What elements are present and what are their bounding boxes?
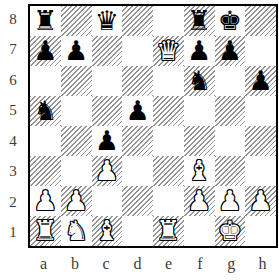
white-king: ♚ <box>218 217 242 244</box>
file-label-a: a <box>28 251 59 277</box>
square-c7 <box>92 36 123 66</box>
square-f6: ♞ <box>184 66 215 96</box>
square-e7: ♛ <box>153 36 184 66</box>
white-queen: ♛ <box>156 37 180 64</box>
square-c8: ♛ <box>92 6 123 36</box>
square-d3 <box>122 156 153 186</box>
square-d7 <box>122 36 153 66</box>
square-e4 <box>153 126 184 156</box>
rank-label-3: 3 <box>0 157 26 188</box>
square-d2 <box>122 186 153 216</box>
square-e1: ♜ <box>153 216 184 246</box>
square-h5 <box>245 96 276 126</box>
square-h1 <box>245 216 276 246</box>
square-b1: ♞ <box>61 216 92 246</box>
black-pawn: ♟ <box>187 37 211 64</box>
white-bishop: ♝ <box>187 157 211 184</box>
board: ♜♛♜♚♟♟♛♟♟♞♟♞♟♟♟♝♟♟♟♟♟♜♞♝♜♚ <box>28 4 278 248</box>
square-d6 <box>122 66 153 96</box>
square-c6 <box>92 66 123 96</box>
square-h4 <box>245 126 276 156</box>
square-a7: ♟ <box>30 36 61 66</box>
square-g2: ♟ <box>215 186 246 216</box>
black-pawn: ♟ <box>249 67 273 94</box>
square-g6 <box>215 66 246 96</box>
black-pawn: ♟ <box>95 127 119 154</box>
square-b2: ♟ <box>61 186 92 216</box>
square-c2 <box>92 186 123 216</box>
square-e2 <box>153 186 184 216</box>
white-rook: ♜ <box>156 217 180 244</box>
square-c5 <box>92 96 123 126</box>
white-pawn: ♟ <box>64 187 88 214</box>
square-f5 <box>184 96 215 126</box>
white-pawn: ♟ <box>187 187 211 214</box>
black-pawn: ♟ <box>64 37 88 64</box>
square-c3: ♟ <box>92 156 123 186</box>
square-a8: ♜ <box>30 6 61 36</box>
rank-label-8: 8 <box>0 4 26 35</box>
file-label-h: h <box>247 251 278 277</box>
square-h3 <box>245 156 276 186</box>
black-knight: ♞ <box>33 97 57 124</box>
chess-diagram: 8 7 6 5 4 3 2 1 ♜♛♜♚♟♟♛♟♟♞♟♞♟♟♟♝♟♟♟♟♟♜♞♝… <box>0 0 279 280</box>
file-label-g: g <box>216 251 247 277</box>
rank-labels: 8 7 6 5 4 3 2 1 <box>0 4 26 248</box>
square-f4 <box>184 126 215 156</box>
file-label-e: e <box>153 251 184 277</box>
rank-label-4: 4 <box>0 126 26 157</box>
square-b3 <box>61 156 92 186</box>
white-pawn: ♟ <box>33 187 57 214</box>
square-a1: ♜ <box>30 216 61 246</box>
square-b7: ♟ <box>61 36 92 66</box>
white-pawn: ♟ <box>95 157 119 184</box>
square-a6 <box>30 66 61 96</box>
square-d1 <box>122 216 153 246</box>
black-king: ♚ <box>218 7 242 34</box>
square-f8: ♜ <box>184 6 215 36</box>
square-g8: ♚ <box>215 6 246 36</box>
square-f1 <box>184 216 215 246</box>
square-h8 <box>245 6 276 36</box>
square-g4 <box>215 126 246 156</box>
black-rook: ♜ <box>33 7 57 34</box>
square-b4 <box>61 126 92 156</box>
file-label-d: d <box>122 251 153 277</box>
square-f2: ♟ <box>184 186 215 216</box>
square-c4: ♟ <box>92 126 123 156</box>
square-h2: ♟ <box>245 186 276 216</box>
square-h7 <box>245 36 276 66</box>
square-e3 <box>153 156 184 186</box>
square-b8 <box>61 6 92 36</box>
square-e5 <box>153 96 184 126</box>
file-label-c: c <box>91 251 122 277</box>
black-rook: ♜ <box>187 7 211 34</box>
square-g3 <box>215 156 246 186</box>
rank-label-2: 2 <box>0 187 26 218</box>
rank-label-1: 1 <box>0 218 26 249</box>
white-bishop: ♝ <box>95 217 119 244</box>
square-h6: ♟ <box>245 66 276 96</box>
square-a3 <box>30 156 61 186</box>
square-g1: ♚ <box>215 216 246 246</box>
file-labels: a b c d e f g h <box>28 251 278 277</box>
square-e8 <box>153 6 184 36</box>
square-f3: ♝ <box>184 156 215 186</box>
white-knight: ♞ <box>64 217 88 244</box>
file-label-b: b <box>59 251 90 277</box>
square-b5 <box>61 96 92 126</box>
square-d8 <box>122 6 153 36</box>
white-pawn: ♟ <box>218 187 242 214</box>
square-d5: ♟ <box>122 96 153 126</box>
square-a2: ♟ <box>30 186 61 216</box>
square-c1: ♝ <box>92 216 123 246</box>
square-a5: ♞ <box>30 96 61 126</box>
white-pawn: ♟ <box>249 187 273 214</box>
square-b6 <box>61 66 92 96</box>
rank-label-7: 7 <box>0 35 26 66</box>
black-pawn: ♟ <box>126 97 150 124</box>
white-rook: ♜ <box>33 217 57 244</box>
square-a4 <box>30 126 61 156</box>
rank-label-6: 6 <box>0 65 26 96</box>
black-pawn: ♟ <box>33 37 57 64</box>
square-g5 <box>215 96 246 126</box>
black-pawn: ♟ <box>218 37 242 64</box>
square-g7: ♟ <box>215 36 246 66</box>
black-knight: ♞ <box>187 67 211 94</box>
black-queen: ♛ <box>95 7 119 34</box>
file-label-f: f <box>184 251 215 277</box>
square-e6 <box>153 66 184 96</box>
rank-label-5: 5 <box>0 96 26 127</box>
square-f7: ♟ <box>184 36 215 66</box>
square-d4 <box>122 126 153 156</box>
